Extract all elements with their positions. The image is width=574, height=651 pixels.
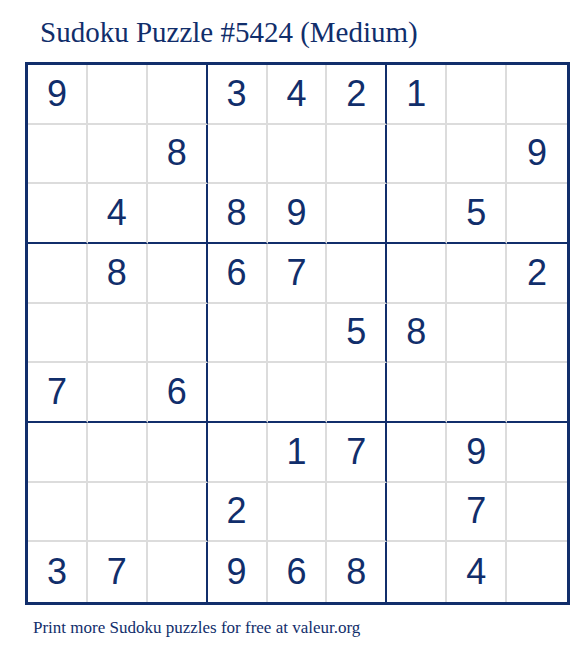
sudoku-cell-r9c8: 4 [447,542,507,602]
sudoku-cell-r7c3[interactable] [148,423,208,483]
sudoku-cell-r4c1[interactable] [28,244,88,304]
sudoku-cell-r6c2[interactable] [88,363,148,423]
sudoku-cell-r8c9[interactable] [507,483,567,543]
sudoku-cell-r4c2: 8 [88,244,148,304]
sudoku-cell-r9c1: 3 [28,542,88,602]
sudoku-cell-r8c2[interactable] [88,483,148,543]
sudoku-cell-r5c5[interactable] [268,304,328,364]
sudoku-cell-r5c8[interactable] [447,304,507,364]
sudoku-cell-r5c7: 8 [387,304,447,364]
sudoku-cell-r6c7[interactable] [387,363,447,423]
sudoku-cell-r3c2: 4 [88,184,148,244]
sudoku-cell-r6c5[interactable] [268,363,328,423]
sudoku-cell-r7c8: 9 [447,423,507,483]
sudoku-cell-r3c4: 8 [208,184,268,244]
sudoku-cell-r9c5: 6 [268,542,328,602]
sudoku-cell-r2c5[interactable] [268,125,328,185]
sudoku-cell-r1c8[interactable] [447,65,507,125]
sudoku-cell-r3c3[interactable] [148,184,208,244]
sudoku-cell-r2c8[interactable] [447,125,507,185]
sudoku-cell-r9c2: 7 [88,542,148,602]
sudoku-page: Sudoku Puzzle #5424 (Medium) 93421894895… [0,0,574,651]
sudoku-cell-r1c4: 3 [208,65,268,125]
sudoku-cell-r5c3[interactable] [148,304,208,364]
sudoku-cell-r1c3[interactable] [148,65,208,125]
sudoku-cell-r8c1[interactable] [28,483,88,543]
sudoku-cell-r9c3[interactable] [148,542,208,602]
sudoku-cell-r1c9[interactable] [507,65,567,125]
sudoku-cell-r7c4[interactable] [208,423,268,483]
sudoku-cell-r2c6[interactable] [327,125,387,185]
sudoku-cell-r1c5: 4 [268,65,328,125]
sudoku-cell-r7c2[interactable] [88,423,148,483]
sudoku-cell-r2c7[interactable] [387,125,447,185]
sudoku-cell-r2c2[interactable] [88,125,148,185]
sudoku-board: 934218948958672587617927379684 [25,62,570,605]
sudoku-cell-r8c5[interactable] [268,483,328,543]
sudoku-cell-r6c1: 7 [28,363,88,423]
sudoku-cell-r7c5: 1 [268,423,328,483]
sudoku-cell-r5c2[interactable] [88,304,148,364]
sudoku-cell-r2c1[interactable] [28,125,88,185]
sudoku-cell-r5c9[interactable] [507,304,567,364]
sudoku-cell-r9c4: 9 [208,542,268,602]
sudoku-cell-r1c1: 9 [28,65,88,125]
sudoku-cell-r2c4[interactable] [208,125,268,185]
sudoku-cell-r7c9[interactable] [507,423,567,483]
sudoku-cell-r7c7[interactable] [387,423,447,483]
sudoku-cell-r7c1[interactable] [28,423,88,483]
sudoku-cell-r6c6[interactable] [327,363,387,423]
sudoku-cell-r6c8[interactable] [447,363,507,423]
sudoku-cell-r4c4: 6 [208,244,268,304]
sudoku-cell-r9c7[interactable] [387,542,447,602]
sudoku-cell-r8c6[interactable] [327,483,387,543]
puzzle-title: Sudoku Puzzle #5424 (Medium) [40,16,418,48]
sudoku-cell-r3c8: 5 [447,184,507,244]
footer-text: Print more Sudoku puzzles for free at va… [33,617,360,639]
sudoku-cell-r6c3: 6 [148,363,208,423]
sudoku-cell-r4c5: 7 [268,244,328,304]
sudoku-cell-r4c8[interactable] [447,244,507,304]
sudoku-cell-r9c9[interactable] [507,542,567,602]
sudoku-cell-r1c7: 1 [387,65,447,125]
sudoku-cell-r5c4[interactable] [208,304,268,364]
sudoku-cell-r2c9: 9 [507,125,567,185]
sudoku-cell-r7c6: 7 [327,423,387,483]
sudoku-cell-r6c9[interactable] [507,363,567,423]
sudoku-cell-r9c6: 8 [327,542,387,602]
sudoku-cell-r8c3[interactable] [148,483,208,543]
sudoku-cell-r5c1[interactable] [28,304,88,364]
sudoku-cell-r3c7[interactable] [387,184,447,244]
sudoku-cell-r8c7[interactable] [387,483,447,543]
sudoku-cell-r3c1[interactable] [28,184,88,244]
sudoku-cell-r5c6: 5 [327,304,387,364]
sudoku-cell-r1c2[interactable] [88,65,148,125]
sudoku-cell-r8c4: 2 [208,483,268,543]
sudoku-cell-r4c6[interactable] [327,244,387,304]
sudoku-cell-r4c3[interactable] [148,244,208,304]
sudoku-cell-r1c6: 2 [327,65,387,125]
sudoku-cell-r3c5: 9 [268,184,328,244]
sudoku-cell-r8c8: 7 [447,483,507,543]
sudoku-cell-r3c9[interactable] [507,184,567,244]
sudoku-cell-r4c7[interactable] [387,244,447,304]
sudoku-cell-r2c3: 8 [148,125,208,185]
sudoku-cell-r3c6[interactable] [327,184,387,244]
sudoku-cell-r6c4[interactable] [208,363,268,423]
sudoku-cell-r4c9: 2 [507,244,567,304]
